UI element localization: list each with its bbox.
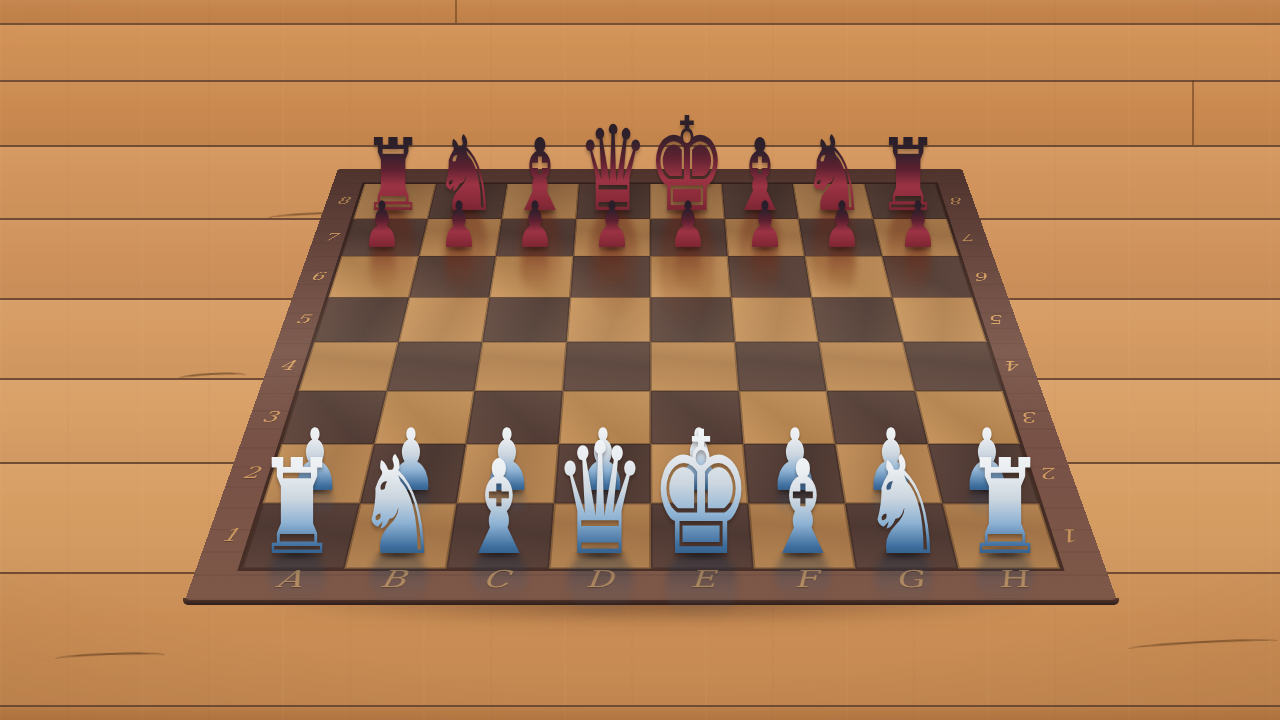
white-rook-glyph: ♜ — [965, 441, 1045, 573]
black-pawn-glyph: ♟ — [592, 193, 631, 257]
black-pawn-glyph: ♟ — [363, 193, 402, 257]
white-bishop-glyph: ♝ — [460, 443, 539, 573]
black-pawn-glyph: ♟ — [822, 193, 861, 257]
white-queen-glyph: ♛ — [553, 422, 647, 577]
black-pawn-glyph: ♟ — [745, 193, 784, 257]
white-rook-glyph: ♜ — [257, 441, 337, 573]
black-pawn-glyph: ♟ — [516, 193, 555, 257]
pieces-layer: ♜♞♝♛♚♝♞♜♟♟♟♟♟♟♟♟♟♟♟♟♟♟♟♟♜♞♝♛♚♝♞♜ — [0, 0, 1280, 720]
black-pawn-glyph: ♟ — [439, 193, 478, 257]
black-pawn-glyph: ♟ — [669, 193, 708, 257]
white-knight-glyph: ♞ — [357, 438, 440, 574]
white-king-glyph: ♚ — [650, 409, 754, 579]
white-bishop-glyph: ♝ — [763, 443, 842, 573]
chess-app-scene: 8877665544332211ABCDEFGH ♜♞♝♛♚♝♞♜♟♟♟♟♟♟♟… — [0, 0, 1280, 720]
white-knight-glyph: ♞ — [862, 438, 945, 574]
black-pawn-glyph: ♟ — [899, 193, 938, 257]
